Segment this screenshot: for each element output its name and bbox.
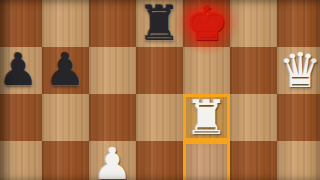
square-c6[interactable] bbox=[42, 94, 89, 141]
square-e6[interactable] bbox=[136, 94, 183, 141]
square-h8[interactable] bbox=[277, 0, 320, 47]
black-pawn: ♟ bbox=[42, 46, 89, 93]
square-e8[interactable]: ♜ bbox=[136, 0, 183, 47]
white-rook: ♜ bbox=[183, 93, 230, 140]
square-f6[interactable]: ♜ bbox=[183, 94, 230, 141]
board-viewport: ♜♚♟♟♛♜♟ bbox=[0, 0, 320, 180]
square-c8[interactable] bbox=[42, 0, 89, 47]
square-e5[interactable] bbox=[136, 141, 183, 180]
square-d6[interactable] bbox=[89, 94, 136, 141]
square-g5[interactable] bbox=[230, 141, 277, 180]
black-king-in-check: ♚ bbox=[183, 0, 230, 46]
white-queen: ♛ bbox=[277, 46, 320, 93]
square-d5[interactable]: ♟ bbox=[89, 141, 136, 180]
white-pawn: ♟ bbox=[89, 140, 136, 180]
square-h7[interactable]: ♛ bbox=[277, 47, 320, 94]
square-d7[interactable] bbox=[89, 47, 136, 94]
square-g7[interactable] bbox=[230, 47, 277, 94]
square-f8[interactable]: ♚ bbox=[183, 0, 230, 47]
square-e7[interactable] bbox=[136, 47, 183, 94]
square-g8[interactable] bbox=[230, 0, 277, 47]
chess-board: ♜♚♟♟♛♜♟ bbox=[0, 0, 320, 180]
square-c5[interactable] bbox=[42, 141, 89, 180]
square-b8[interactable] bbox=[0, 0, 42, 47]
square-b6[interactable] bbox=[0, 94, 42, 141]
square-b5[interactable] bbox=[0, 141, 42, 180]
square-f7[interactable] bbox=[183, 47, 230, 94]
black-rook: ♜ bbox=[136, 0, 183, 46]
square-h5[interactable] bbox=[277, 141, 320, 180]
square-f5[interactable] bbox=[183, 141, 230, 180]
black-pawn: ♟ bbox=[0, 46, 42, 93]
square-d8[interactable] bbox=[89, 0, 136, 47]
square-b7[interactable]: ♟ bbox=[0, 47, 42, 94]
square-c7[interactable]: ♟ bbox=[42, 47, 89, 94]
square-g6[interactable] bbox=[230, 94, 277, 141]
square-h6[interactable] bbox=[277, 94, 320, 141]
